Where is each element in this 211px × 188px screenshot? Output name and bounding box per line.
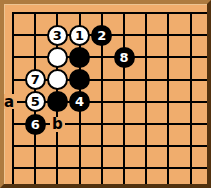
marker-a: a: [2, 94, 17, 109]
go-board-frame: ab31287546: [0, 0, 211, 188]
stone-white-1: 1: [69, 25, 90, 46]
marker-b: b: [50, 117, 65, 132]
stone-black: [69, 47, 90, 68]
grid-line-vertical: [190, 12, 192, 184]
stone-black-6: 6: [25, 114, 46, 135]
stone-black-4: 4: [69, 91, 90, 112]
stone-black: [69, 69, 90, 90]
grid-line-vertical: [145, 12, 147, 184]
grid-line-vertical: [167, 12, 169, 184]
stone-white-3: 3: [47, 25, 68, 46]
stone-white-5: 5: [25, 91, 46, 112]
grid-line-horizontal: [12, 145, 207, 147]
go-board: ab31287546: [4, 4, 207, 184]
grid-line-horizontal: [12, 56, 207, 58]
stone-white: [47, 69, 68, 90]
grid-line-horizontal: [12, 167, 207, 169]
stone-white: [47, 47, 68, 68]
stone-black: [47, 91, 68, 112]
stone-white-7: 7: [25, 69, 46, 90]
stone-black-2: 2: [91, 25, 112, 46]
grid-line-horizontal: [12, 12, 207, 14]
stone-black-8: 8: [114, 47, 135, 68]
grid-line-vertical: [123, 12, 125, 184]
